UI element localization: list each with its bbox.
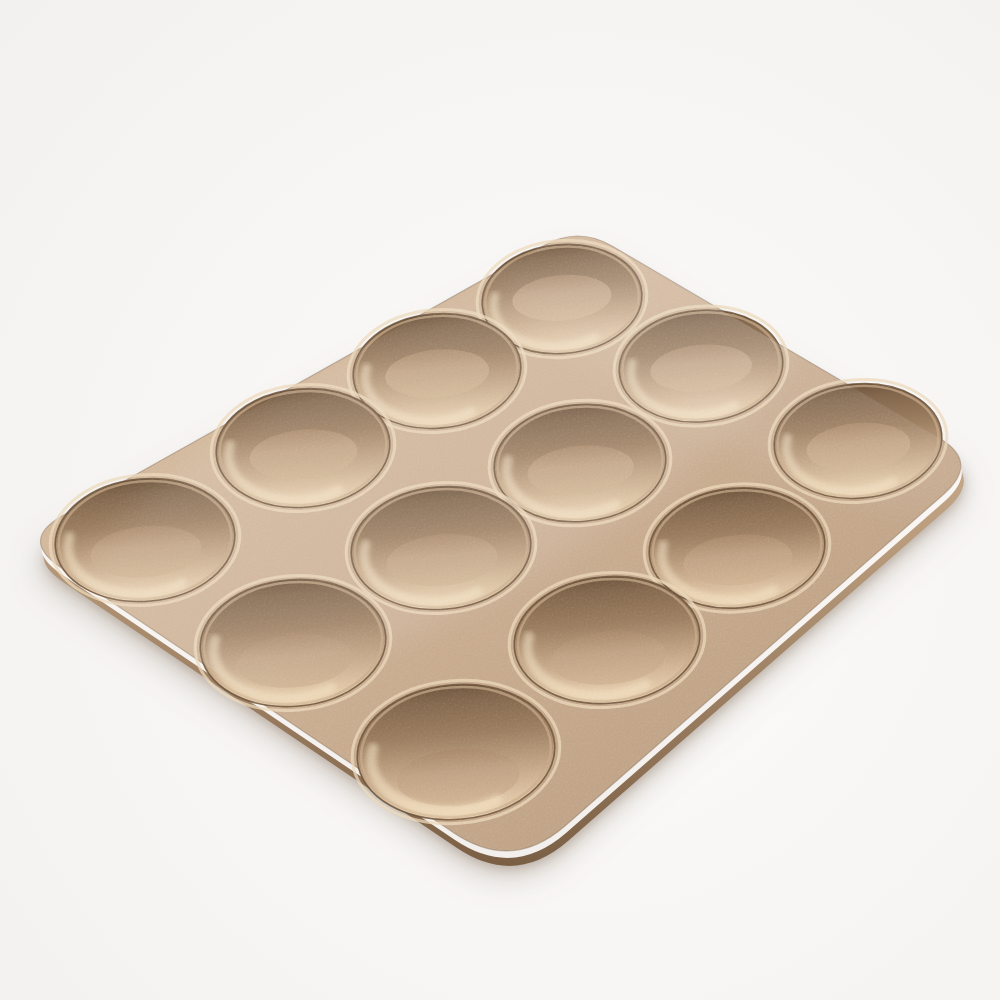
product-photo-stage [0, 0, 1000, 1000]
muffin-pan-photo [0, 0, 1000, 1000]
